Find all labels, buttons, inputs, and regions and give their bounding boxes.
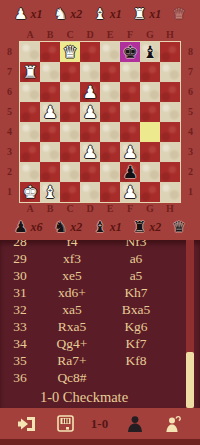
captured-count: x2: [149, 220, 161, 235]
white-move: xe5: [40, 268, 104, 284]
white-pawn-piece: ♟: [122, 184, 137, 201]
black-move: Nf3: [104, 240, 168, 250]
square-e4[interactable]: [100, 122, 120, 142]
black-bishop-piece: ♝: [142, 44, 157, 61]
square-f3[interactable]: ♟: [120, 142, 140, 162]
black-move: Kg6: [104, 319, 168, 335]
square-c8[interactable]: ♛: [60, 42, 80, 62]
square-d6[interactable]: ♟: [80, 82, 100, 102]
square-c5[interactable]: [60, 102, 80, 122]
white-move: Rxa5: [40, 319, 104, 335]
square-e3[interactable]: [100, 142, 120, 162]
white-pawn-piece: ♟: [82, 144, 97, 161]
move-row[interactable]: 28f4Nf3: [0, 240, 200, 250]
captured-group: ♝x1: [93, 7, 121, 22]
captured-black-piece-icon: ♜: [133, 220, 146, 235]
file-label: E: [100, 30, 120, 40]
file-labels-bottom: ABCDEFGH: [20, 203, 180, 215]
square-f7[interactable]: [120, 62, 140, 82]
rank-label: 7: [181, 62, 200, 82]
file-label: H: [160, 30, 180, 40]
file-label: D: [80, 204, 100, 214]
square-h2[interactable]: [160, 162, 180, 182]
white-bishop-piece: ♝: [42, 184, 57, 201]
white-move: xf3: [40, 251, 104, 267]
white-pawn-piece: ♟: [82, 84, 97, 101]
file-label: C: [60, 204, 80, 214]
square-a5[interactable]: [20, 102, 40, 122]
file-label: A: [20, 204, 40, 214]
rank-label: 7: [0, 62, 19, 82]
move-row[interactable]: 34Qg4+Kf7: [0, 335, 200, 352]
rank-label: 4: [0, 122, 19, 142]
rank-label: 6: [0, 82, 19, 102]
rank-labels-right: 87654321: [181, 42, 200, 202]
square-c6[interactable]: [60, 82, 80, 102]
captured-tray-black: ♟x6♞x2♝x1♜x2♛: [0, 215, 200, 240]
white-move: Qg4+: [40, 336, 104, 352]
white-move: xa5: [40, 302, 104, 318]
square-c3[interactable]: [60, 142, 80, 162]
square-b6[interactable]: [40, 82, 60, 102]
captured-count: x2: [70, 220, 82, 235]
square-h4[interactable]: [160, 122, 180, 142]
rank-label: 5: [0, 102, 19, 122]
square-h1[interactable]: [160, 182, 180, 202]
move-number: 34: [0, 336, 40, 352]
move-row[interactable]: 32xa5Bxa5: [0, 301, 200, 318]
square-g3[interactable]: [140, 142, 160, 162]
bottom-strip: [0, 439, 200, 445]
square-h5[interactable]: [160, 102, 180, 122]
move-number: 31: [0, 285, 40, 301]
captured-group: ♞x2: [54, 220, 82, 235]
square-d7[interactable]: [80, 62, 100, 82]
square-f4[interactable]: [120, 122, 140, 142]
file-label: F: [120, 204, 140, 214]
square-e5[interactable]: [100, 102, 120, 122]
rank-label: 3: [0, 142, 19, 162]
captured-black-piece-icon: ♝: [93, 220, 106, 235]
square-g2[interactable]: [140, 162, 160, 182]
square-e2[interactable]: [100, 162, 120, 182]
captured-count: x2: [70, 7, 82, 22]
move-row[interactable]: 35Ra7+Kf8: [0, 352, 200, 369]
chess-app: ♟x1♞x2♝x1♜x1♛ ABCDEFGH 87654321 ♛♚♝♜♟♟♟♟…: [0, 0, 200, 445]
save-button[interactable]: [57, 415, 74, 432]
square-a3[interactable]: [20, 142, 40, 162]
move-number: 32: [0, 302, 40, 318]
file-label: C: [60, 30, 80, 40]
square-g8[interactable]: ♝: [140, 42, 160, 62]
white-pawn-piece: ♟: [42, 104, 57, 121]
square-h8[interactable]: [160, 42, 180, 62]
square-b3[interactable]: [40, 142, 60, 162]
captured-group: ♛: [172, 220, 185, 235]
rank-labels-left: 87654321: [0, 42, 19, 202]
captured-white-piece-icon: ♞: [54, 7, 67, 22]
square-c7[interactable]: [60, 62, 80, 82]
black-move: a5: [104, 268, 168, 284]
move-number: 35: [0, 353, 40, 369]
captured-group: ♟x6: [14, 220, 42, 235]
black-move: Kf8: [104, 353, 168, 369]
white-move: xd6+: [40, 285, 104, 301]
white-rook-piece: ♜: [22, 64, 37, 81]
rank-label: 6: [181, 82, 200, 102]
captured-white-piece-icon: ♟: [14, 7, 27, 22]
square-h3[interactable]: [160, 142, 180, 162]
captured-count: x1: [31, 7, 43, 22]
captured-count: x1: [149, 7, 161, 22]
captured-group: ♟x1: [14, 7, 42, 22]
black-move: Kh7: [104, 285, 168, 301]
captured-group: ♝x1: [93, 220, 121, 235]
captured-black-piece-icon: ♛: [172, 220, 185, 235]
black-player-icon: [125, 415, 145, 433]
file-labels-top: ABCDEFGH: [20, 28, 180, 41]
file-label: B: [40, 30, 60, 40]
square-d1[interactable]: [80, 182, 100, 202]
white-move: Qc8#: [40, 370, 104, 386]
white-player-button[interactable]: [163, 415, 183, 433]
square-g6[interactable]: [140, 82, 160, 102]
rank-label: 2: [181, 162, 200, 182]
square-a2[interactable]: [20, 162, 40, 182]
rank-label: 5: [181, 102, 200, 122]
game-result: 1-0 Checkmate: [0, 389, 168, 406]
captured-count: x1: [110, 220, 122, 235]
exit-icon: [17, 415, 39, 433]
square-a6[interactable]: [20, 82, 40, 102]
square-e8[interactable]: [100, 42, 120, 62]
square-f5[interactable]: [120, 102, 140, 122]
square-e7[interactable]: [100, 62, 120, 82]
captured-group: ♛: [172, 7, 185, 22]
black-pawn-piece: ♟: [122, 164, 137, 181]
scrollbar-thumb[interactable]: [186, 352, 194, 408]
file-label: G: [140, 30, 160, 40]
save-icon: [57, 415, 74, 432]
rank-label: 2: [0, 162, 19, 182]
move-rows: 28f4Nf329xf3a630xe5a531xd6+Kh732xa5Bxa53…: [0, 240, 200, 386]
file-label: E: [100, 204, 120, 214]
rank-label: 8: [0, 42, 19, 62]
square-a4[interactable]: [20, 122, 40, 142]
rank-label: 1: [0, 182, 19, 202]
captured-tray-white: ♟x1♞x2♝x1♜x1♛: [0, 0, 200, 28]
square-c4[interactable]: [60, 122, 80, 142]
square-c2[interactable]: [60, 162, 80, 182]
white-queen-piece: ♛: [62, 44, 77, 61]
captured-count: x6: [31, 220, 43, 235]
rank-label: 4: [181, 122, 200, 142]
exit-button[interactable]: [17, 415, 39, 433]
square-b7[interactable]: [40, 62, 60, 82]
rank-label: 8: [181, 42, 200, 62]
move-row[interactable]: 31xd6+Kh7: [0, 284, 200, 301]
move-row[interactable]: 29xf3a6: [0, 250, 200, 267]
rank-label: 1: [181, 182, 200, 202]
square-b4[interactable]: [40, 122, 60, 142]
square-g4[interactable]: [140, 122, 160, 142]
square-f8[interactable]: ♚: [120, 42, 140, 62]
square-h6[interactable]: [160, 82, 180, 102]
board-area: ABCDEFGH 87654321 ♛♚♝♜♟♟♟♟♟♟♚♝♟ 87654321…: [0, 28, 200, 215]
move-number: 30: [0, 268, 40, 284]
square-g1[interactable]: [140, 182, 160, 202]
black-move: Kf7: [104, 336, 168, 352]
black-king-piece: ♚: [122, 44, 137, 61]
captured-group: ♜x1: [133, 7, 161, 22]
white-king-piece: ♚: [22, 184, 37, 201]
square-f6[interactable]: [120, 82, 140, 102]
move-number: 29: [0, 251, 40, 267]
square-a1[interactable]: ♚: [20, 182, 40, 202]
square-d8[interactable]: [80, 42, 100, 62]
square-f1[interactable]: ♟: [120, 182, 140, 202]
captured-white-piece-icon: ♛: [172, 7, 185, 22]
captured-white-piece-icon: ♜: [133, 7, 146, 22]
black-player-button[interactable]: [125, 415, 145, 433]
white-pawn-piece: ♟: [122, 144, 137, 161]
square-h7[interactable]: [160, 62, 180, 82]
black-move: Bxa5: [104, 302, 168, 318]
file-label: G: [140, 204, 160, 214]
white-pawn-piece: ♟: [82, 104, 97, 121]
square-b8[interactable]: [40, 42, 60, 62]
square-g7[interactable]: [140, 62, 160, 82]
captured-group: ♜x2: [133, 220, 161, 235]
square-d3[interactable]: ♟: [80, 142, 100, 162]
white-move: Ra7+: [40, 353, 104, 369]
toolbar-score: 1-0: [91, 416, 108, 432]
captured-count: x1: [110, 7, 122, 22]
square-a8[interactable]: [20, 42, 40, 62]
move-row[interactable]: 33Rxa5Kg6: [0, 318, 200, 335]
file-label: H: [160, 204, 180, 214]
captured-white-piece-icon: ♝: [93, 7, 106, 22]
square-b5[interactable]: ♟: [40, 102, 60, 122]
toolbar: 1-0: [0, 408, 200, 439]
file-label: D: [80, 30, 100, 40]
move-list-panel: 28f4Nf329xf3a630xe5a531xd6+Kh732xa5Bxa53…: [0, 240, 200, 408]
square-a7[interactable]: ♜: [20, 62, 40, 82]
white-player-icon: [163, 415, 183, 433]
square-b1[interactable]: ♝: [40, 182, 60, 202]
move-number: 28: [0, 240, 40, 250]
white-move: f4: [40, 240, 104, 250]
file-label: B: [40, 204, 60, 214]
black-move: a6: [104, 251, 168, 267]
square-f2[interactable]: ♟: [120, 162, 140, 182]
captured-group: ♞x2: [54, 7, 82, 22]
file-label: A: [20, 30, 40, 40]
move-number: 36: [0, 370, 40, 386]
file-label: F: [120, 30, 140, 40]
captured-black-piece-icon: ♟: [14, 220, 27, 235]
square-g5[interactable]: [140, 102, 160, 122]
square-e6[interactable]: [100, 82, 120, 102]
move-row[interactable]: 30xe5a5: [0, 267, 200, 284]
move-number: 33: [0, 319, 40, 335]
square-d5[interactable]: ♟: [80, 102, 100, 122]
chess-board: ♛♚♝♜♟♟♟♟♟♟♚♝♟: [19, 41, 181, 203]
square-b2[interactable]: [40, 162, 60, 182]
move-row[interactable]: 36Qc8#: [0, 369, 200, 386]
square-d2[interactable]: [80, 162, 100, 182]
captured-black-piece-icon: ♞: [54, 220, 67, 235]
rank-label: 3: [181, 142, 200, 162]
square-e1[interactable]: [100, 182, 120, 202]
square-c1[interactable]: [60, 182, 80, 202]
square-d4[interactable]: [80, 122, 100, 142]
